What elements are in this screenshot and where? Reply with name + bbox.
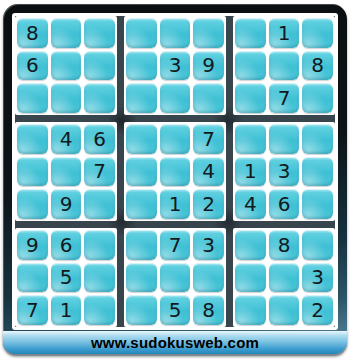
cell-r2c6[interactable]: 9 [193,51,224,81]
cell-r8c5[interactable] [160,263,191,293]
cell-r4c9[interactable] [302,124,333,154]
cell-r5c7[interactable]: 1 [235,157,266,187]
cell-r9c5[interactable]: 5 [160,295,191,325]
box-1-1: 86 [15,16,117,115]
cell-r6c3[interactable] [84,189,115,219]
sudoku-screenshot: 8639187467974121346965717358832 www.sudo… [0,0,350,360]
cell-r6c9[interactable] [302,189,333,219]
cell-r1c1[interactable]: 8 [17,18,48,48]
box-3-2: 7358 [124,228,226,327]
box-3-1: 96571 [15,228,117,327]
cell-r3c5[interactable] [160,83,191,113]
cell-r4c1[interactable] [17,124,48,154]
cell-r6c8[interactable]: 6 [269,189,300,219]
cell-r1c2[interactable] [51,18,82,48]
cell-r9c7[interactable] [235,295,266,325]
cell-r9c6[interactable]: 8 [193,295,224,325]
cell-r8c1[interactable] [17,263,48,293]
cell-r1c3[interactable] [84,18,115,48]
cell-r3c9[interactable] [302,83,333,113]
cell-r9c2[interactable]: 1 [51,295,82,325]
cell-r7c8[interactable]: 8 [269,230,300,260]
cell-r3c6[interactable] [193,83,224,113]
sudoku-board: 8639187467974121346965717358832 [15,16,335,327]
cell-r2c8[interactable] [269,51,300,81]
cell-r7c6[interactable]: 3 [193,230,224,260]
cell-r8c8[interactable] [269,263,300,293]
cell-r8c2[interactable]: 5 [51,263,82,293]
cell-r7c4[interactable] [126,230,157,260]
cell-r2c5[interactable]: 3 [160,51,191,81]
cell-r7c7[interactable] [235,230,266,260]
cell-r2c7[interactable] [235,51,266,81]
cell-r5c2[interactable] [51,157,82,187]
cell-r7c3[interactable] [84,230,115,260]
cell-r8c4[interactable] [126,263,157,293]
cell-r8c9[interactable]: 3 [302,263,333,293]
cell-r9c4[interactable] [126,295,157,325]
cell-r9c3[interactable] [84,295,115,325]
cell-r6c4[interactable] [126,189,157,219]
cell-r4c5[interactable] [160,124,191,154]
cell-r8c6[interactable] [193,263,224,293]
box-1-3: 187 [233,16,335,115]
cell-r5c5[interactable] [160,157,191,187]
cell-r6c7[interactable]: 4 [235,189,266,219]
cell-r5c4[interactable] [126,157,157,187]
cell-r7c1[interactable]: 9 [17,230,48,260]
cell-r3c8[interactable]: 7 [269,83,300,113]
cell-r1c6[interactable] [193,18,224,48]
cell-r6c1[interactable] [17,189,48,219]
cell-r3c3[interactable] [84,83,115,113]
cell-r7c5[interactable]: 7 [160,230,191,260]
box-2-2: 7412 [124,122,226,221]
cell-r1c7[interactable] [235,18,266,48]
cell-r4c6[interactable]: 7 [193,124,224,154]
cell-r2c9[interactable]: 8 [302,51,333,81]
cell-r1c8[interactable]: 1 [269,18,300,48]
cell-r2c2[interactable] [51,51,82,81]
cell-r1c9[interactable] [302,18,333,48]
cell-r7c2[interactable]: 6 [51,230,82,260]
cell-r6c2[interactable]: 9 [51,189,82,219]
cell-r1c4[interactable] [126,18,157,48]
site-url: www.sudokusweb.com [91,334,259,351]
cell-r4c8[interactable] [269,124,300,154]
cell-r8c3[interactable] [84,263,115,293]
cell-r3c7[interactable] [235,83,266,113]
cell-r6c5[interactable]: 1 [160,189,191,219]
cell-r1c5[interactable] [160,18,191,48]
cell-r9c1[interactable]: 7 [17,295,48,325]
board-frame: 8639187467974121346965717358832 www.sudo… [3,4,347,354]
box-3-3: 832 [233,228,335,327]
cell-r4c7[interactable] [235,124,266,154]
cell-r9c9[interactable]: 2 [302,295,333,325]
cell-r3c4[interactable] [126,83,157,113]
cell-r9c8[interactable] [269,295,300,325]
cell-r2c1[interactable]: 6 [17,51,48,81]
cell-r3c2[interactable] [51,83,82,113]
cell-r5c3[interactable]: 7 [84,157,115,187]
box-2-1: 4679 [15,122,117,221]
box-2-3: 1346 [233,122,335,221]
cell-r5c9[interactable] [302,157,333,187]
cell-r4c3[interactable]: 6 [84,124,115,154]
cell-r2c3[interactable] [84,51,115,81]
cell-r2c4[interactable] [126,51,157,81]
cell-r5c8[interactable]: 3 [269,157,300,187]
cell-r3c1[interactable] [17,83,48,113]
cell-r4c2[interactable]: 4 [51,124,82,154]
cell-r6c6[interactable]: 2 [193,189,224,219]
grid-panel: 8639187467974121346965717358832 [12,13,338,330]
cell-r8c7[interactable] [235,263,266,293]
footer-banner: www.sudokusweb.com [3,331,347,354]
cell-r7c9[interactable] [302,230,333,260]
cell-r4c4[interactable] [126,124,157,154]
box-1-2: 39 [124,16,226,115]
cell-r5c6[interactable]: 4 [193,157,224,187]
cell-r5c1[interactable] [17,157,48,187]
